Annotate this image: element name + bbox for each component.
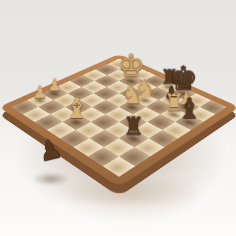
square-g3[interactable]: ♜ (119, 130, 149, 147)
photo-scene: ♜♚♚♟♟♞♜♝♞♟♜♟♝ ♟ (0, 0, 236, 236)
white-bishop-d2[interactable]: ♝ (59, 94, 95, 122)
captured-pawn-shadow (32, 172, 70, 186)
black-bishop-h6[interactable]: ♝ (172, 94, 208, 122)
black-pawn-icon: ♟ (25, 131, 74, 168)
white-knight-e5[interactable]: ♞ (115, 82, 149, 107)
black-rook-g3[interactable]: ♜ (115, 114, 152, 138)
white-pawn-a2[interactable]: ♟ (24, 83, 57, 100)
